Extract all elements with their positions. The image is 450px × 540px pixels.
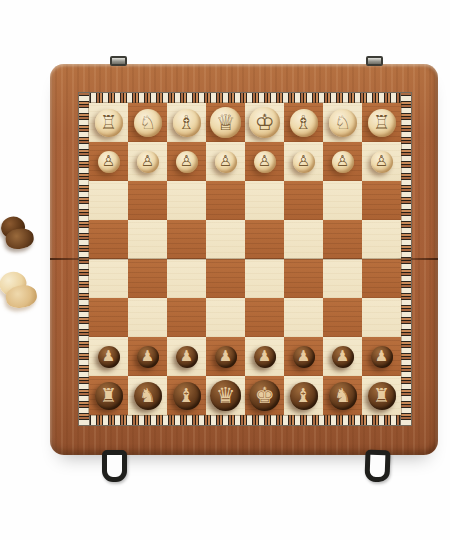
square-r2c4[interactable]: ♙: [206, 142, 245, 181]
board-fold-seam: [50, 258, 438, 260]
square-r5c4[interactable]: [206, 259, 245, 298]
piece-dark-pawn[interactable]: ♟: [293, 346, 315, 368]
square-r3c3[interactable]: [167, 181, 206, 220]
square-r4c8[interactable]: [362, 220, 401, 259]
square-r8c5[interactable]: ♚: [245, 376, 284, 415]
square-r1c6[interactable]: ♗: [284, 103, 323, 142]
square-r4c3[interactable]: [167, 220, 206, 259]
mosaic-border-top: [79, 93, 411, 103]
square-r8c6[interactable]: ♝: [284, 376, 323, 415]
piece-white-bishop[interactable]: ♗: [173, 109, 201, 137]
square-r2c8[interactable]: ♙: [362, 142, 401, 181]
square-r4c4[interactable]: [206, 220, 245, 259]
square-r4c2[interactable]: [128, 220, 167, 259]
square-r3c4[interactable]: [206, 181, 245, 220]
square-r2c5[interactable]: ♙: [245, 142, 284, 181]
mosaic-border-bottom: [79, 415, 411, 425]
square-r2c2[interactable]: ♙: [128, 142, 167, 181]
square-r3c8[interactable]: [362, 181, 401, 220]
piece-dark-knight[interactable]: ♞: [329, 382, 357, 410]
square-r5c5[interactable]: [245, 259, 284, 298]
piece-dark-king[interactable]: ♚: [249, 380, 280, 411]
piece-dark-rook[interactable]: ♜: [95, 382, 123, 410]
square-r5c8[interactable]: [362, 259, 401, 298]
square-r4c6[interactable]: [284, 220, 323, 259]
square-r2c7[interactable]: ♙: [323, 142, 362, 181]
square-r7c8[interactable]: ♟: [362, 337, 401, 376]
square-r6c2[interactable]: [128, 298, 167, 337]
square-r6c6[interactable]: [284, 298, 323, 337]
piece-dark-pawn[interactable]: ♟: [332, 346, 354, 368]
square-r5c7[interactable]: [323, 259, 362, 298]
square-r2c1[interactable]: ♙: [89, 142, 128, 181]
square-r8c1[interactable]: ♜: [89, 376, 128, 415]
hinge-icon: [110, 56, 127, 66]
piece-white-pawn[interactable]: ♙: [293, 151, 315, 173]
spare-piece-light[interactable]: [0, 268, 40, 316]
piece-white-bishop[interactable]: ♗: [290, 109, 318, 137]
piece-dark-pawn[interactable]: ♟: [371, 346, 393, 368]
square-r3c5[interactable]: [245, 181, 284, 220]
square-r1c2[interactable]: ♘: [128, 103, 167, 142]
piece-dark-bishop[interactable]: ♝: [290, 382, 318, 410]
square-r7c6[interactable]: ♟: [284, 337, 323, 376]
square-r1c8[interactable]: ♖: [362, 103, 401, 142]
piece-dark-queen[interactable]: ♛: [210, 380, 241, 411]
square-r1c5[interactable]: ♔: [245, 103, 284, 142]
square-r6c4[interactable]: [206, 298, 245, 337]
square-r3c2[interactable]: [128, 181, 167, 220]
square-r3c6[interactable]: [284, 181, 323, 220]
square-r7c3[interactable]: ♟: [167, 337, 206, 376]
square-r8c7[interactable]: ♞: [323, 376, 362, 415]
chess-set-photo: ♖♘♗♕♔♗♘♖♙♙♙♙♙♙♙♙♟♟♟♟♟♟♟♟♜♞♝♛♚♝♞♜: [0, 0, 450, 540]
square-r5c2[interactable]: [128, 259, 167, 298]
piece-dark-pawn[interactable]: ♟: [137, 346, 159, 368]
square-r3c7[interactable]: [323, 181, 362, 220]
square-r7c2[interactable]: ♟: [128, 337, 167, 376]
piece-dark-pawn[interactable]: ♟: [176, 346, 198, 368]
square-r8c2[interactable]: ♞: [128, 376, 167, 415]
square-r5c3[interactable]: [167, 259, 206, 298]
square-r4c7[interactable]: [323, 220, 362, 259]
square-r1c7[interactable]: ♘: [323, 103, 362, 142]
piece-dark-pawn[interactable]: ♟: [98, 346, 120, 368]
piece-white-pawn[interactable]: ♙: [254, 151, 276, 173]
piece-dark-rook[interactable]: ♜: [368, 382, 396, 410]
piece-dark-pawn[interactable]: ♟: [215, 346, 237, 368]
clasp-latch-icon[interactable]: [102, 450, 127, 482]
square-r7c5[interactable]: ♟: [245, 337, 284, 376]
square-r5c1[interactable]: [89, 259, 128, 298]
square-r5c6[interactable]: [284, 259, 323, 298]
square-r7c1[interactable]: ♟: [89, 337, 128, 376]
piece-white-pawn[interactable]: ♙: [371, 151, 393, 173]
piece-white-knight[interactable]: ♘: [329, 109, 357, 137]
square-r7c7[interactable]: ♟: [323, 337, 362, 376]
piece-white-queen[interactable]: ♕: [210, 107, 241, 138]
square-r2c6[interactable]: ♙: [284, 142, 323, 181]
square-r6c5[interactable]: [245, 298, 284, 337]
piece-dark-pawn[interactable]: ♟: [254, 346, 276, 368]
square-r1c1[interactable]: ♖: [89, 103, 128, 142]
piece-white-knight[interactable]: ♘: [134, 109, 162, 137]
square-r4c1[interactable]: [89, 220, 128, 259]
square-r1c4[interactable]: ♕: [206, 103, 245, 142]
square-r2c3[interactable]: ♙: [167, 142, 206, 181]
piece-white-pawn[interactable]: ♙: [332, 151, 354, 173]
square-r6c7[interactable]: [323, 298, 362, 337]
piece-white-pawn[interactable]: ♙: [215, 151, 237, 173]
piece-dark-knight[interactable]: ♞: [134, 382, 162, 410]
spare-piece-dark[interactable]: [0, 214, 36, 254]
square-r8c3[interactable]: ♝: [167, 376, 206, 415]
piece-white-rook[interactable]: ♖: [368, 109, 396, 137]
piece-white-pawn[interactable]: ♙: [98, 151, 120, 173]
piece-white-king[interactable]: ♔: [249, 107, 280, 138]
square-r4c5[interactable]: [245, 220, 284, 259]
piece-white-rook[interactable]: ♖: [95, 109, 123, 137]
square-r6c8[interactable]: [362, 298, 401, 337]
piece-white-pawn[interactable]: ♙: [176, 151, 198, 173]
square-r6c3[interactable]: [167, 298, 206, 337]
square-r1c3[interactable]: ♗: [167, 103, 206, 142]
clasp-latch-icon[interactable]: [364, 450, 390, 483]
square-r8c8[interactable]: ♜: [362, 376, 401, 415]
square-r3c1[interactable]: [89, 181, 128, 220]
piece-white-pawn[interactable]: ♙: [137, 151, 159, 173]
hinge-icon: [366, 56, 383, 66]
square-r7c4[interactable]: ♟: [206, 337, 245, 376]
square-r8c4[interactable]: ♛: [206, 376, 245, 415]
square-r6c1[interactable]: [89, 298, 128, 337]
piece-dark-bishop[interactable]: ♝: [173, 382, 201, 410]
wooden-board-frame: ♖♘♗♕♔♗♘♖♙♙♙♙♙♙♙♙♟♟♟♟♟♟♟♟♜♞♝♛♚♝♞♜: [50, 64, 438, 455]
